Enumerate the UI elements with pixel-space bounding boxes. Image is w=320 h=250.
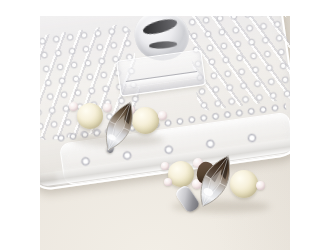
photo-earrings-on-glass-dish — [40, 16, 290, 250]
knob-reflection — [149, 40, 177, 48]
seed-pearl — [164, 178, 172, 186]
seed-pearl — [256, 181, 265, 190]
seed-pearl — [69, 102, 78, 111]
knob-reflection — [141, 17, 177, 38]
pearl — [168, 161, 194, 187]
seed-pearl — [158, 111, 167, 120]
pearl — [77, 103, 103, 129]
